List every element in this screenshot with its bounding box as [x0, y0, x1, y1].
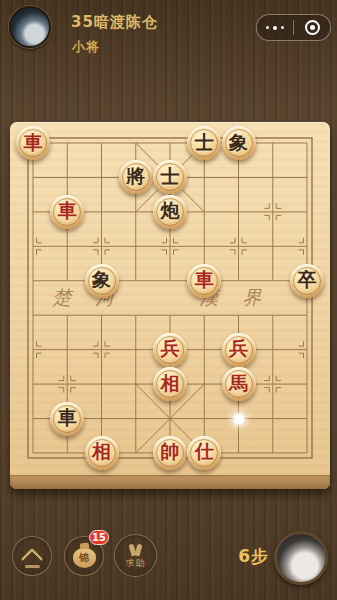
piece-black-general[interactable]: 將	[119, 160, 153, 194]
player-avatar[interactable]	[9, 6, 51, 48]
piece-black-cannon[interactable]: 炮	[153, 195, 187, 229]
opponent-avatar[interactable]	[274, 531, 328, 585]
hint-bag-button[interactable]: 锦 15	[64, 536, 104, 576]
hint-count-badge: 15	[89, 530, 109, 545]
board-bevel	[10, 475, 330, 489]
praying-hands-icon	[130, 544, 141, 556]
piece-black-chariot[interactable]: 車	[50, 402, 84, 436]
footer-bar: 锦 15 求助 6步	[0, 522, 337, 600]
move-highlight-dot[interactable]	[234, 414, 243, 423]
money-bag-icon: 锦	[73, 548, 96, 568]
piece-red-elephant[interactable]: 相	[85, 436, 119, 470]
piece-red-elephant[interactable]: 相	[153, 367, 187, 401]
xiangqi-board[interactable]: 楚 河 漢 界 車士象將士車炮象車卒兵兵相馬車相帥仕	[10, 122, 330, 489]
piece-red-pawn[interactable]: 兵	[222, 333, 256, 367]
piece-black-pawn[interactable]: 卒	[290, 264, 324, 298]
more-menu-icon[interactable]	[257, 26, 293, 30]
steps-counter: 6步	[238, 545, 269, 568]
piece-red-chariot[interactable]: 車	[187, 264, 221, 298]
collapse-menu-button[interactable]	[12, 536, 52, 576]
piece-black-advisor[interactable]: 士	[187, 126, 221, 160]
piece-red-chariot[interactable]: 車	[16, 126, 50, 160]
close-circle-icon[interactable]	[294, 20, 330, 35]
piece-red-horse[interactable]: 馬	[222, 367, 256, 401]
piece-black-elephant[interactable]: 象	[85, 264, 119, 298]
rank-label: 小将	[72, 38, 100, 56]
piece-red-pawn[interactable]: 兵	[153, 333, 187, 367]
piece-red-chariot[interactable]: 車	[50, 195, 84, 229]
piece-black-elephant[interactable]: 象	[222, 126, 256, 160]
ask-help-button[interactable]: 求助	[114, 534, 157, 577]
miniprogram-capsule	[256, 14, 331, 41]
piece-red-general[interactable]: 帥	[153, 436, 187, 470]
piece-red-advisor[interactable]: 仕	[187, 436, 221, 470]
level-title: 35暗渡陈仓	[71, 13, 158, 32]
header: 35暗渡陈仓 小将	[0, 0, 337, 62]
